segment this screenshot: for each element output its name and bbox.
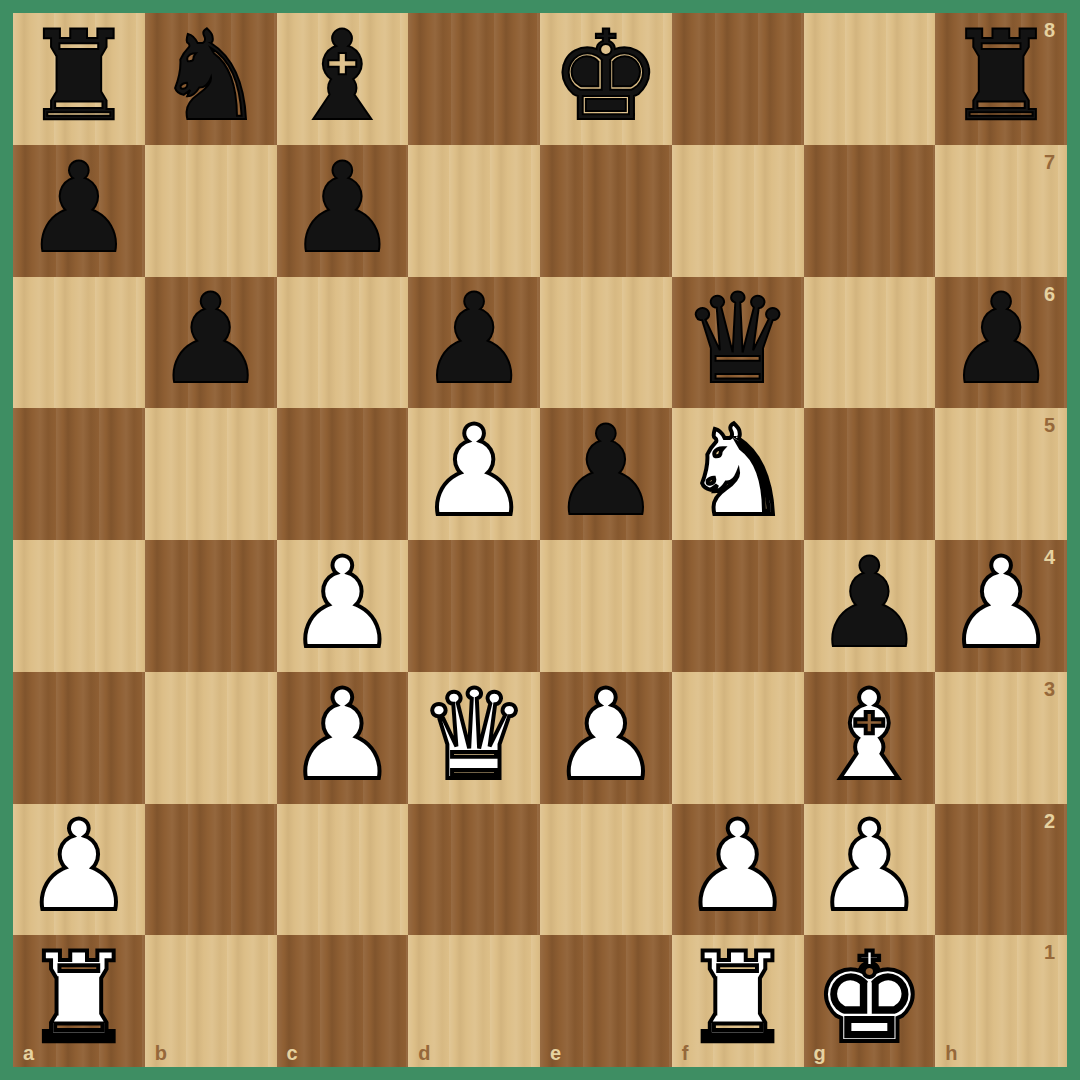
square-h6[interactable]: ♟6 bbox=[935, 277, 1067, 409]
black-pawn[interactable]: ♟ bbox=[155, 277, 266, 401]
square-e7[interactable] bbox=[540, 145, 672, 277]
square-b7[interactable] bbox=[145, 145, 277, 277]
square-d5[interactable]: ♟ bbox=[408, 408, 540, 540]
black-pawn[interactable]: ♟ bbox=[814, 541, 925, 665]
square-c7[interactable]: ♟ bbox=[277, 145, 409, 277]
square-a1[interactable]: ♜a bbox=[13, 935, 145, 1067]
square-f7[interactable] bbox=[672, 145, 804, 277]
square-a3[interactable] bbox=[13, 672, 145, 804]
square-a5[interactable] bbox=[13, 408, 145, 540]
square-d8[interactable] bbox=[408, 13, 540, 145]
square-h8[interactable]: ♜8 bbox=[935, 13, 1067, 145]
white-pawn[interactable]: ♟ bbox=[287, 541, 398, 665]
black-pawn[interactable]: ♟ bbox=[23, 146, 134, 270]
square-d7[interactable] bbox=[408, 145, 540, 277]
file-label-b: b bbox=[155, 1043, 167, 1063]
square-e2[interactable] bbox=[540, 804, 672, 936]
rank-label-1: 1 bbox=[1044, 942, 1055, 962]
square-b3[interactable] bbox=[145, 672, 277, 804]
square-f1[interactable]: ♜f bbox=[672, 935, 804, 1067]
white-pawn[interactable]: ♟ bbox=[550, 673, 661, 797]
white-pawn[interactable]: ♟ bbox=[23, 804, 134, 928]
rank-label-5: 5 bbox=[1044, 415, 1055, 435]
square-a4[interactable] bbox=[13, 540, 145, 672]
square-d1[interactable]: d bbox=[408, 935, 540, 1067]
square-d2[interactable] bbox=[408, 804, 540, 936]
square-h1[interactable]: h1 bbox=[935, 935, 1067, 1067]
white-bishop[interactable]: ♝ bbox=[814, 673, 925, 797]
square-a6[interactable] bbox=[13, 277, 145, 409]
chess-board: ♜♞♝♚♜8♟♟7♟♟♛♟6♟♟♞5♟♟♟4♟♛♟♝3♟♟♟2♜abcde♜f♚… bbox=[13, 13, 1067, 1067]
file-label-h: h bbox=[945, 1043, 957, 1063]
black-knight[interactable]: ♞ bbox=[155, 14, 266, 138]
square-d6[interactable]: ♟ bbox=[408, 277, 540, 409]
square-c2[interactable] bbox=[277, 804, 409, 936]
rank-label-3: 3 bbox=[1044, 679, 1055, 699]
square-c3[interactable]: ♟ bbox=[277, 672, 409, 804]
square-g6[interactable] bbox=[804, 277, 936, 409]
square-e5[interactable]: ♟ bbox=[540, 408, 672, 540]
square-f4[interactable] bbox=[672, 540, 804, 672]
square-d3[interactable]: ♛ bbox=[408, 672, 540, 804]
white-pawn[interactable]: ♟ bbox=[682, 804, 793, 928]
square-h7[interactable]: 7 bbox=[935, 145, 1067, 277]
black-rook[interactable]: ♜ bbox=[946, 14, 1057, 138]
square-g3[interactable]: ♝ bbox=[804, 672, 936, 804]
black-king[interactable]: ♚ bbox=[550, 14, 661, 138]
square-e8[interactable]: ♚ bbox=[540, 13, 672, 145]
square-f8[interactable] bbox=[672, 13, 804, 145]
white-pawn[interactable]: ♟ bbox=[287, 673, 398, 797]
square-c4[interactable]: ♟ bbox=[277, 540, 409, 672]
square-b1[interactable]: b bbox=[145, 935, 277, 1067]
square-h5[interactable]: 5 bbox=[935, 408, 1067, 540]
white-rook[interactable]: ♜ bbox=[682, 936, 793, 1060]
square-f5[interactable]: ♞ bbox=[672, 408, 804, 540]
square-g8[interactable] bbox=[804, 13, 936, 145]
white-pawn[interactable]: ♟ bbox=[946, 541, 1057, 665]
white-rook[interactable]: ♜ bbox=[23, 936, 134, 1060]
white-pawn[interactable]: ♟ bbox=[814, 804, 925, 928]
square-b6[interactable]: ♟ bbox=[145, 277, 277, 409]
square-b2[interactable] bbox=[145, 804, 277, 936]
black-bishop[interactable]: ♝ bbox=[287, 14, 398, 138]
square-g5[interactable] bbox=[804, 408, 936, 540]
square-e6[interactable] bbox=[540, 277, 672, 409]
square-c8[interactable]: ♝ bbox=[277, 13, 409, 145]
square-f2[interactable]: ♟ bbox=[672, 804, 804, 936]
black-pawn[interactable]: ♟ bbox=[550, 409, 661, 533]
white-queen[interactable]: ♛ bbox=[419, 673, 530, 797]
rank-label-7: 7 bbox=[1044, 152, 1055, 172]
black-pawn[interactable]: ♟ bbox=[419, 277, 530, 401]
square-e4[interactable] bbox=[540, 540, 672, 672]
black-rook[interactable]: ♜ bbox=[23, 14, 134, 138]
square-e3[interactable]: ♟ bbox=[540, 672, 672, 804]
square-c5[interactable] bbox=[277, 408, 409, 540]
square-c6[interactable] bbox=[277, 277, 409, 409]
square-b5[interactable] bbox=[145, 408, 277, 540]
file-label-d: d bbox=[418, 1043, 430, 1063]
black-pawn[interactable]: ♟ bbox=[946, 277, 1057, 401]
square-a2[interactable]: ♟ bbox=[13, 804, 145, 936]
square-h3[interactable]: 3 bbox=[935, 672, 1067, 804]
square-d4[interactable] bbox=[408, 540, 540, 672]
square-f3[interactable] bbox=[672, 672, 804, 804]
square-a7[interactable]: ♟ bbox=[13, 145, 145, 277]
white-king[interactable]: ♚ bbox=[814, 936, 925, 1060]
square-h2[interactable]: 2 bbox=[935, 804, 1067, 936]
file-label-e: e bbox=[550, 1043, 561, 1063]
square-g2[interactable]: ♟ bbox=[804, 804, 936, 936]
square-h4[interactable]: ♟4 bbox=[935, 540, 1067, 672]
square-g4[interactable]: ♟ bbox=[804, 540, 936, 672]
square-a8[interactable]: ♜ bbox=[13, 13, 145, 145]
white-pawn[interactable]: ♟ bbox=[419, 409, 530, 533]
square-g1[interactable]: ♚g bbox=[804, 935, 936, 1067]
black-pawn[interactable]: ♟ bbox=[287, 146, 398, 270]
file-label-c: c bbox=[287, 1043, 298, 1063]
square-b8[interactable]: ♞ bbox=[145, 13, 277, 145]
square-b4[interactable] bbox=[145, 540, 277, 672]
rank-label-2: 2 bbox=[1044, 811, 1055, 831]
square-e1[interactable]: e bbox=[540, 935, 672, 1067]
square-g7[interactable] bbox=[804, 145, 936, 277]
black-queen[interactable]: ♛ bbox=[682, 277, 793, 401]
square-c1[interactable]: c bbox=[277, 935, 409, 1067]
square-f6[interactable]: ♛ bbox=[672, 277, 804, 409]
white-knight[interactable]: ♞ bbox=[682, 409, 793, 533]
